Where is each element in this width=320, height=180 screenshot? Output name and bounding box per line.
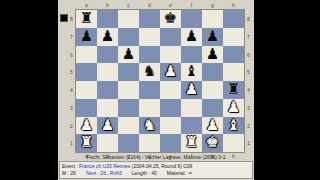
rank-label-3-left: 3 — [68, 105, 75, 111]
file-label-c-top: c — [118, 2, 139, 8]
square-h2[interactable] — [223, 117, 244, 135]
rank-label-2-right: 2 — [245, 123, 252, 129]
event-details: (2004.04.25, Round 9) C09 — [130, 163, 192, 169]
square-f8[interactable] — [181, 10, 202, 28]
square-e5[interactable] — [160, 63, 181, 81]
move-number: M : 26 — [62, 170, 76, 176]
square-d6[interactable] — [139, 46, 160, 64]
square-d7[interactable] — [139, 28, 160, 46]
square-a1[interactable] — [76, 134, 97, 152]
square-f6[interactable] — [181, 46, 202, 64]
square-a6[interactable] — [76, 46, 97, 64]
square-b2[interactable] — [97, 117, 118, 135]
square-b7[interactable] — [97, 28, 118, 46]
square-a3[interactable] — [76, 99, 97, 117]
square-g8[interactable] — [202, 10, 223, 28]
game-length: Length : 40 — [132, 170, 157, 176]
square-f7[interactable] — [181, 28, 202, 46]
rank-label-8-right: 8 — [245, 16, 252, 22]
square-g6[interactable] — [202, 46, 223, 64]
chess-app-panel: ♜♚♟♟♟♟♟♟♞♟♝♟♜♟♟♟♞♟♝♜♜♚ aabbccddeeffgghh8… — [58, 0, 254, 180]
square-b6[interactable] — [97, 46, 118, 64]
rank-label-8-left: 8 — [68, 16, 75, 22]
square-h6[interactable] — [223, 46, 244, 64]
rank-label-3-right: 3 — [245, 105, 252, 111]
square-d2[interactable] — [139, 117, 160, 135]
square-a7[interactable] — [76, 28, 97, 46]
square-a8[interactable] — [76, 10, 97, 28]
square-d3[interactable] — [139, 99, 160, 117]
event-line: Event : France ch U20 Rennes (2004.04.25… — [62, 163, 192, 169]
square-f1[interactable] — [181, 134, 202, 152]
square-c4[interactable] — [118, 81, 139, 99]
square-h8[interactable] — [223, 10, 244, 28]
chess-board[interactable]: ♜♚♟♟♟♟♟♟♞♟♝♟♜♟♟♟♞♟♝♜♜♚ — [76, 10, 244, 152]
file-label-d-top: d — [139, 2, 160, 8]
rank-label-5-right: 5 — [245, 69, 252, 75]
square-g3[interactable] — [202, 99, 223, 117]
square-f2[interactable] — [181, 117, 202, 135]
square-h5[interactable] — [223, 63, 244, 81]
file-label-f-top: f — [181, 2, 202, 8]
square-d5[interactable] — [139, 63, 160, 81]
next-move: Next : 26...Rxh3 — [86, 170, 122, 176]
square-c2[interactable] — [118, 117, 139, 135]
square-d8[interactable] — [139, 10, 160, 28]
square-h1[interactable] — [223, 134, 244, 152]
square-b3[interactable] — [97, 99, 118, 117]
event-label: Event : — [62, 163, 79, 169]
file-label-g-top: g — [202, 2, 223, 8]
rank-label-4-left: 4 — [68, 87, 75, 93]
square-e1[interactable] — [160, 134, 181, 152]
square-c3[interactable] — [118, 99, 139, 117]
square-g1[interactable] — [202, 134, 223, 152]
file-label-e-top: e — [160, 2, 181, 8]
players-header: Fischl, Sebastien (2164) - Vachier Lagra… — [58, 154, 254, 160]
rank-label-1-left: 1 — [68, 140, 75, 146]
file-label-h-top: h — [223, 2, 244, 8]
square-e7[interactable] — [160, 28, 181, 46]
square-h7[interactable] — [223, 28, 244, 46]
square-c7[interactable] — [118, 28, 139, 46]
square-e2[interactable] — [160, 117, 181, 135]
square-d1[interactable] — [139, 134, 160, 152]
square-g7[interactable] — [202, 28, 223, 46]
square-f5[interactable] — [181, 63, 202, 81]
square-g2[interactable] — [202, 117, 223, 135]
square-f3[interactable] — [181, 99, 202, 117]
square-d4[interactable] — [139, 81, 160, 99]
file-label-a-top: a — [76, 2, 97, 8]
rank-label-7-right: 7 — [245, 34, 252, 40]
status-line: M : 26Next : 26...Rxh3Length : 40Materia… — [62, 170, 192, 176]
game-info-box: Event : France ch U20 Rennes (2004.04.25… — [59, 161, 253, 179]
square-a5[interactable] — [76, 63, 97, 81]
square-h3[interactable] — [223, 99, 244, 117]
square-a4[interactable] — [76, 81, 97, 99]
square-b4[interactable] — [97, 81, 118, 99]
rank-label-1-right: 1 — [245, 140, 252, 146]
square-c1[interactable] — [118, 134, 139, 152]
square-h4[interactable] — [223, 81, 244, 99]
square-e8[interactable] — [160, 10, 181, 28]
square-e3[interactable] — [160, 99, 181, 117]
rank-label-5-left: 5 — [68, 69, 75, 75]
square-b5[interactable] — [97, 63, 118, 81]
rank-label-6-right: 6 — [245, 52, 252, 58]
square-g4[interactable] — [202, 81, 223, 99]
square-f4[interactable] — [181, 81, 202, 99]
square-e4[interactable] — [160, 81, 181, 99]
event-name-link[interactable]: France ch U20 Rennes — [79, 163, 130, 169]
square-b1[interactable] — [97, 134, 118, 152]
rank-label-2-left: 2 — [68, 123, 75, 129]
side-to-move-indicator-black — [60, 14, 68, 22]
square-e6[interactable] — [160, 46, 181, 64]
square-c6[interactable] — [118, 46, 139, 64]
file-label-b-top: b — [97, 2, 118, 8]
rank-label-7-left: 7 — [68, 34, 75, 40]
square-a2[interactable] — [76, 117, 97, 135]
square-b8[interactable] — [97, 10, 118, 28]
rank-label-6-left: 6 — [68, 52, 75, 58]
material-balance: Material : = — [167, 170, 192, 176]
square-c5[interactable] — [118, 63, 139, 81]
rank-label-4-right: 4 — [245, 87, 252, 93]
square-g5[interactable] — [202, 63, 223, 81]
square-c8[interactable] — [118, 10, 139, 28]
